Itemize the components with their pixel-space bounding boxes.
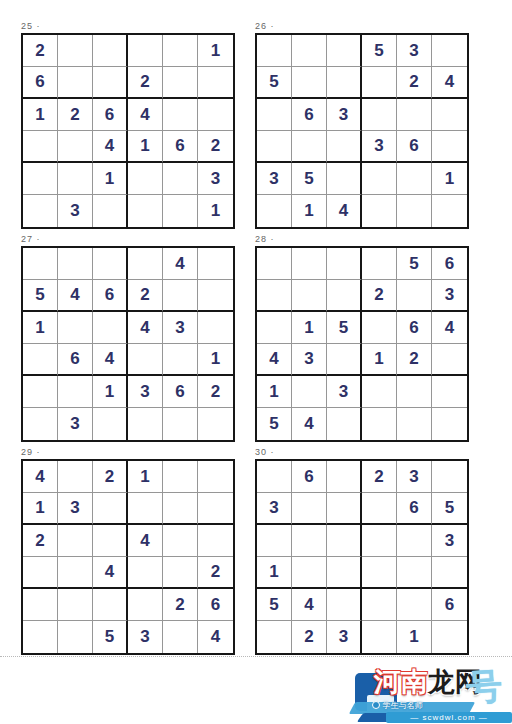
cell-r1c3[interactable] — [93, 248, 128, 280]
cell-r2c5[interactable] — [163, 280, 198, 312]
cell-r4c6[interactable] — [432, 557, 467, 589]
cell-r4c2: 3 — [292, 344, 327, 376]
cell-r6c2: 1 — [292, 195, 327, 227]
cell-r6c6[interactable] — [432, 621, 467, 653]
cell-r6c2[interactable] — [58, 621, 93, 653]
puzzle-26: 26 · 53524633635114 — [255, 20, 471, 229]
cell-r5c2[interactable] — [292, 376, 327, 408]
cell-r2c6[interactable] — [198, 280, 233, 312]
cell-r2c5: 6 — [397, 493, 432, 525]
cell-r1c4[interactable] — [128, 35, 163, 67]
tagline-text: 学生与名师 — [383, 701, 423, 710]
cell-r2c6: 3 — [432, 280, 467, 312]
cell-r5c3: 1 — [93, 163, 128, 195]
cell-r5c4: 3 — [128, 376, 163, 408]
cell-r1c1[interactable] — [23, 248, 58, 280]
puzzle-28: 28 · 5623156443121354 — [255, 233, 471, 442]
cell-r4c3: 4 — [93, 557, 128, 589]
cell-r5c5: 2 — [163, 589, 198, 621]
cell-r3c4: 4 — [128, 525, 163, 557]
cell-r2c1[interactable] — [257, 280, 292, 312]
site-watermark: 河南龙网 学生与名师 — scwdwl.com — 号 — [350, 658, 512, 724]
cell-r2c4[interactable] — [362, 493, 397, 525]
cell-r6c4[interactable] — [362, 408, 397, 440]
cell-r3c1: 1 — [23, 312, 58, 344]
cell-r5c4[interactable] — [362, 163, 397, 195]
cell-r5c3: 1 — [93, 376, 128, 408]
cell-r1c6: 6 — [432, 248, 467, 280]
cell-r2c2: 3 — [58, 493, 93, 525]
cell-r6c1[interactable] — [257, 195, 292, 227]
cell-r1c5[interactable] — [163, 35, 198, 67]
cell-r6c3: 5 — [93, 621, 128, 653]
cell-r1c4: 5 — [362, 35, 397, 67]
cell-r6c6[interactable] — [432, 195, 467, 227]
cell-r2c5[interactable] — [397, 280, 432, 312]
puzzle-30-label: 30 · — [255, 446, 471, 459]
cell-r5c4[interactable] — [128, 163, 163, 195]
cell-r2c6: 4 — [432, 67, 467, 99]
cell-r3c2: 2 — [58, 99, 93, 131]
cell-r2c4: 2 — [362, 280, 397, 312]
cell-r1c2[interactable] — [58, 461, 93, 493]
cell-r6c3[interactable] — [327, 408, 362, 440]
cell-r6c6[interactable] — [198, 408, 233, 440]
cell-r1c5: 3 — [397, 461, 432, 493]
cell-r2c2[interactable] — [58, 67, 93, 99]
cell-r5c2: 5 — [292, 163, 327, 195]
cell-r1c5: 5 — [397, 248, 432, 280]
cell-r4c6[interactable] — [432, 131, 467, 163]
cell-r5c3: 3 — [327, 376, 362, 408]
cell-r5c3[interactable] — [327, 163, 362, 195]
cell-r1c6[interactable] — [432, 35, 467, 67]
sudoku-board-26: 53524633635114 — [255, 33, 469, 229]
cell-r6c4: 3 — [128, 621, 163, 653]
cell-r3c6[interactable] — [198, 99, 233, 131]
cell-r3c3: 6 — [93, 99, 128, 131]
cell-r2c6: 5 — [432, 493, 467, 525]
cell-r5c1[interactable] — [23, 589, 58, 621]
tagline-badge-icon — [372, 701, 380, 709]
puzzle-27-label: 27 · — [21, 233, 237, 246]
cell-r5c2: 4 — [292, 589, 327, 621]
cell-r1c5[interactable] — [163, 461, 198, 493]
cell-r6c5[interactable] — [163, 621, 198, 653]
cell-r2c2[interactable] — [292, 280, 327, 312]
cell-r1c6: 1 — [198, 35, 233, 67]
cell-r3c5[interactable] — [163, 99, 198, 131]
cell-r4c6[interactable] — [432, 344, 467, 376]
cell-r1c2[interactable] — [58, 248, 93, 280]
cell-r6c5[interactable] — [163, 408, 198, 440]
cell-r1c2[interactable] — [292, 248, 327, 280]
cell-r2c3[interactable] — [327, 280, 362, 312]
cell-r1c3[interactable] — [327, 461, 362, 493]
cell-r3c1: 1 — [23, 99, 58, 131]
cell-r5c5: 6 — [163, 376, 198, 408]
cell-r6c5[interactable] — [163, 195, 198, 227]
cell-r2c3[interactable] — [327, 493, 362, 525]
cell-r6c4[interactable] — [128, 408, 163, 440]
cell-r6c6: 1 — [198, 195, 233, 227]
cell-r6c3[interactable] — [93, 408, 128, 440]
cell-r1c4[interactable] — [362, 248, 397, 280]
cell-r4c2[interactable] — [292, 131, 327, 163]
cell-r6c3[interactable] — [93, 195, 128, 227]
watermark-seal-stamp: 号 — [465, 667, 503, 705]
sudoku-board-25: 2162126441621331 — [21, 33, 235, 229]
cell-r1c3: 2 — [93, 461, 128, 493]
cell-r3c4[interactable] — [362, 312, 397, 344]
cell-r1c3[interactable] — [93, 35, 128, 67]
puzzle-28-label: 28 · — [255, 233, 471, 246]
cell-r2c5: 2 — [397, 67, 432, 99]
cell-r3c5: 3 — [163, 312, 198, 344]
cell-r4c5[interactable] — [163, 344, 198, 376]
cell-r4c5: 2 — [397, 344, 432, 376]
cell-r3c6[interactable] — [432, 99, 467, 131]
cell-r6c6[interactable] — [432, 408, 467, 440]
cell-r1c6[interactable] — [198, 248, 233, 280]
cell-r3c2: 1 — [292, 312, 327, 344]
cell-r5c3[interactable] — [327, 589, 362, 621]
cell-r6c1[interactable] — [257, 621, 292, 653]
cell-r2c1: 1 — [23, 493, 58, 525]
cell-r3c5: 6 — [397, 312, 432, 344]
cell-r5c4[interactable] — [362, 376, 397, 408]
cell-r6c5: 1 — [397, 621, 432, 653]
cell-r5c6[interactable] — [432, 376, 467, 408]
cell-r2c2[interactable] — [292, 493, 327, 525]
cell-r3c1: 2 — [23, 525, 58, 557]
cell-r3c6: 3 — [432, 525, 467, 557]
cell-r5c2[interactable] — [58, 589, 93, 621]
cell-r5c6: 6 — [198, 589, 233, 621]
cell-r1c3[interactable] — [327, 35, 362, 67]
cell-r5c1[interactable] — [23, 163, 58, 195]
sudoku-board-28: 5623156443121354 — [255, 246, 469, 442]
cell-r2c3[interactable] — [93, 67, 128, 99]
cell-r3c2[interactable] — [292, 525, 327, 557]
cell-r2c5[interactable] — [163, 67, 198, 99]
cell-r6c4[interactable] — [362, 195, 397, 227]
cell-r3c2[interactable] — [58, 525, 93, 557]
puzzle-25-label: 25 · — [21, 20, 237, 33]
cell-r3c3[interactable] — [93, 312, 128, 344]
cell-r1c4: 1 — [128, 461, 163, 493]
cell-r4c2[interactable] — [58, 557, 93, 589]
cell-r5c1: 5 — [257, 589, 292, 621]
cell-r6c2: 2 — [292, 621, 327, 653]
cell-r2c5[interactable] — [163, 493, 198, 525]
watermark-url-bar: — scwdwl.com — — [386, 712, 512, 723]
cell-r4c6: 2 — [198, 131, 233, 163]
cell-r2c4: 2 — [128, 67, 163, 99]
cell-r6c1: 5 — [257, 408, 292, 440]
cell-r3c4[interactable] — [362, 525, 397, 557]
cell-r4c4[interactable] — [362, 557, 397, 589]
cell-r4c5[interactable] — [163, 557, 198, 589]
cell-r5c6: 6 — [432, 589, 467, 621]
cell-r2c4[interactable] — [128, 493, 163, 525]
cell-r1c6[interactable] — [198, 461, 233, 493]
cell-r2c3[interactable] — [327, 67, 362, 99]
cell-r5c5[interactable] — [397, 163, 432, 195]
cell-r2c1: 3 — [257, 493, 292, 525]
puzzle-30: 30 · 62336531546231 — [255, 446, 471, 655]
puzzle-29-label: 29 · — [21, 446, 237, 459]
site-name-part1: 河南 — [374, 666, 428, 697]
cell-r4c3: 4 — [93, 344, 128, 376]
cell-r4c3[interactable] — [327, 131, 362, 163]
cell-r3c5[interactable] — [397, 525, 432, 557]
cell-r4c4[interactable] — [128, 557, 163, 589]
cell-r4c1[interactable] — [257, 131, 292, 163]
cell-r5c4[interactable] — [128, 589, 163, 621]
cell-r4c1: 4 — [257, 344, 292, 376]
cell-r3c3[interactable] — [327, 525, 362, 557]
cell-r1c4: 2 — [362, 461, 397, 493]
cell-r4c5[interactable] — [397, 557, 432, 589]
cell-r4c2[interactable] — [292, 557, 327, 589]
cell-r1c1[interactable] — [257, 248, 292, 280]
cell-r5c6: 3 — [198, 163, 233, 195]
cell-r4c6: 2 — [198, 557, 233, 589]
cell-r4c3[interactable] — [327, 344, 362, 376]
puzzle-25: 25 · 2162126441621331 — [21, 20, 237, 229]
cell-r4c1[interactable] — [23, 131, 58, 163]
cell-r5c5[interactable] — [397, 376, 432, 408]
cell-r6c1[interactable] — [23, 195, 58, 227]
cell-r3c1[interactable] — [257, 99, 292, 131]
watermark-url: — scwdwl.com — — [410, 713, 488, 722]
cell-r1c2[interactable] — [58, 35, 93, 67]
cell-r5c6: 2 — [198, 376, 233, 408]
cell-r2c3: 6 — [93, 280, 128, 312]
cell-r3c4: 4 — [128, 312, 163, 344]
sudoku-board-30: 62336531546231 — [255, 459, 469, 655]
watermark-tagline: 学生与名师 — [372, 700, 482, 711]
cell-r4c2[interactable] — [58, 131, 93, 163]
cell-r3c3: 3 — [327, 99, 362, 131]
cell-r5c3[interactable] — [93, 589, 128, 621]
cell-r3c1[interactable] — [257, 525, 292, 557]
sudoku-board-27: 4546214364113623 — [21, 246, 235, 442]
cell-r6c5[interactable] — [397, 195, 432, 227]
sudoku-worksheet-page: { "game": "sudoku-6x6", "board_spec": { … — [0, 0, 512, 724]
cell-r5c1[interactable] — [23, 376, 58, 408]
page-cut-dotted-line — [0, 656, 512, 657]
cell-r3c6[interactable] — [198, 312, 233, 344]
puzzle-27: 27 · 4546214364113623 — [21, 233, 237, 442]
cell-r2c1: 5 — [23, 280, 58, 312]
cell-r6c2: 3 — [58, 408, 93, 440]
cell-r4c5: 6 — [397, 131, 432, 163]
cell-r2c2[interactable] — [292, 67, 327, 99]
cell-r4c1[interactable] — [23, 557, 58, 589]
cell-r4c4: 1 — [362, 344, 397, 376]
cell-r5c5[interactable] — [397, 589, 432, 621]
cell-r4c1: 1 — [257, 557, 292, 589]
cell-r1c2[interactable] — [292, 35, 327, 67]
cell-r3c3: 5 — [327, 312, 362, 344]
cell-r4c3[interactable] — [327, 557, 362, 589]
cell-r4c1[interactable] — [23, 344, 58, 376]
cell-r5c4[interactable] — [362, 589, 397, 621]
cell-r2c4[interactable] — [362, 67, 397, 99]
cell-r3c5[interactable] — [397, 99, 432, 131]
cell-r6c6: 4 — [198, 621, 233, 653]
cell-r2c4: 2 — [128, 280, 163, 312]
cell-r5c1: 1 — [257, 376, 292, 408]
puzzle-26-label: 26 · — [255, 20, 471, 33]
cell-r5c2[interactable] — [58, 163, 93, 195]
cell-r3c6[interactable] — [198, 525, 233, 557]
cell-r2c2: 4 — [58, 280, 93, 312]
cell-r4c4[interactable] — [128, 344, 163, 376]
cell-r4c6: 1 — [198, 344, 233, 376]
cell-r1c1: 4 — [23, 461, 58, 493]
cell-r4c3: 4 — [93, 131, 128, 163]
cell-r6c2: 4 — [292, 408, 327, 440]
cell-r1c5: 4 — [163, 248, 198, 280]
cell-r6c5[interactable] — [397, 408, 432, 440]
cell-r3c1[interactable] — [257, 312, 292, 344]
cell-r6c4[interactable] — [362, 621, 397, 653]
cell-r1c3[interactable] — [327, 248, 362, 280]
cell-r1c2: 6 — [292, 461, 327, 493]
cell-r3c5[interactable] — [163, 525, 198, 557]
cell-r1c6[interactable] — [432, 461, 467, 493]
cell-r3c2[interactable] — [58, 312, 93, 344]
cell-r5c6: 1 — [432, 163, 467, 195]
cell-r4c2: 6 — [58, 344, 93, 376]
cell-r6c2: 3 — [58, 195, 93, 227]
cell-r6c3: 4 — [327, 195, 362, 227]
cell-r5c1: 3 — [257, 163, 292, 195]
cell-r5c2[interactable] — [58, 376, 93, 408]
cell-r1c4[interactable] — [128, 248, 163, 280]
sudoku-board-29: 42113244226534 — [21, 459, 235, 655]
cell-r3c3[interactable] — [93, 525, 128, 557]
cell-r4c5: 6 — [163, 131, 198, 163]
cell-r6c1[interactable] — [23, 621, 58, 653]
cell-r2c1: 5 — [257, 67, 292, 99]
cell-r1c5: 3 — [397, 35, 432, 67]
cell-r6c1[interactable] — [23, 408, 58, 440]
cell-r5c5[interactable] — [163, 163, 198, 195]
cell-r1c1[interactable] — [257, 461, 292, 493]
cell-r3c2: 6 — [292, 99, 327, 131]
cell-r3c6: 4 — [432, 312, 467, 344]
cell-r4c4: 3 — [362, 131, 397, 163]
cell-r2c3[interactable] — [93, 493, 128, 525]
cell-r4c4: 1 — [128, 131, 163, 163]
cell-r1c1[interactable] — [257, 35, 292, 67]
cell-r3c4: 4 — [128, 99, 163, 131]
cell-r6c3: 3 — [327, 621, 362, 653]
cell-r2c6[interactable] — [198, 493, 233, 525]
cell-r2c1: 6 — [23, 67, 58, 99]
cell-r6c4[interactable] — [128, 195, 163, 227]
cell-r2c6[interactable] — [198, 67, 233, 99]
puzzle-29: 29 · 42113244226534 — [21, 446, 237, 655]
cell-r3c4[interactable] — [362, 99, 397, 131]
cell-r1c1: 2 — [23, 35, 58, 67]
